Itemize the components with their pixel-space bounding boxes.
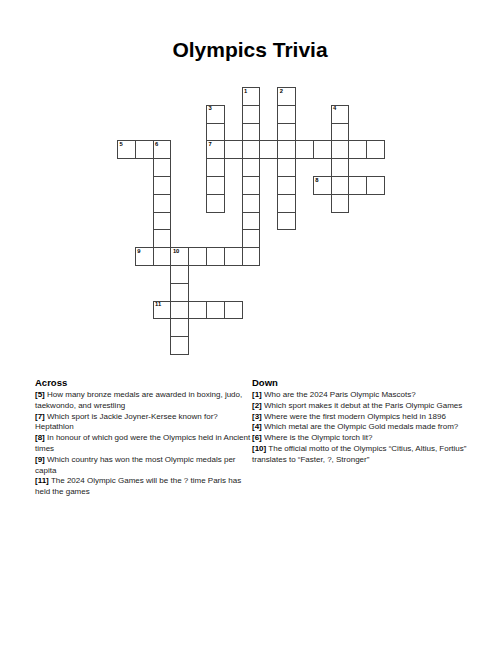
grid-cell-r5c12[interactable]	[331, 176, 350, 195]
grid-cell-r9c7[interactable]	[242, 247, 261, 266]
cell-number: 4	[333, 106, 336, 112]
clue-number-label: [7]	[35, 412, 45, 421]
grid-cell-r6c2[interactable]	[153, 194, 172, 213]
down-clue-list: [1] Who are the 2024 Paris Olympic Masco…	[252, 390, 468, 466]
grid-cell-r11c3[interactable]	[170, 283, 189, 302]
grid-cell-r6c5[interactable]	[206, 194, 225, 213]
cell-number: 10	[173, 249, 179, 255]
clue-down-6: [6] Where is the Olympic torch lit?	[252, 433, 468, 444]
grid-cell-r3c1[interactable]	[135, 140, 154, 159]
grid-cell-r5c9[interactable]	[277, 176, 296, 195]
grid-cell-r6c7[interactable]	[242, 194, 261, 213]
grid-cell-r5c11[interactable]: 8	[313, 176, 332, 195]
grid-cell-r9c6[interactable]	[224, 247, 243, 266]
grid-cell-r1c5[interactable]: 3	[206, 105, 225, 124]
clue-number-label: [2]	[252, 401, 262, 410]
grid-cell-r4c5[interactable]	[206, 158, 225, 177]
grid-cell-r2c7[interactable]	[242, 123, 261, 142]
clue-number-label: [9]	[35, 455, 45, 464]
across-clues-section: Across [5] How many bronze medals are aw…	[35, 376, 251, 498]
grid-cell-r9c3[interactable]: 10	[170, 247, 189, 266]
crossword-page: Olympics Trivia 1234567891011 Across [5]…	[0, 0, 500, 647]
grid-cell-r0c9[interactable]: 2	[277, 87, 296, 106]
clue-down-4: [4] Which metal are the Olympic Gold med…	[252, 422, 468, 433]
grid-cell-r3c13[interactable]	[348, 140, 367, 159]
grid-cell-r3c8[interactable]	[259, 140, 278, 159]
clue-down-2: [2] Which sport makes it debut at the Pa…	[252, 401, 468, 412]
grid-cell-r9c4[interactable]	[188, 247, 207, 266]
cell-number: 6	[155, 142, 158, 148]
grid-cell-r12c3[interactable]	[170, 301, 189, 320]
cell-number: 7	[209, 142, 212, 148]
grid-cell-r9c5[interactable]	[206, 247, 225, 266]
grid-cell-r4c2[interactable]	[153, 158, 172, 177]
grid-cell-r7c7[interactable]	[242, 212, 261, 231]
clue-number-label: [10]	[252, 444, 266, 453]
grid-cell-r12c2[interactable]: 11	[153, 301, 172, 320]
clue-down-10: [10] The official motto of the Olympics …	[252, 444, 468, 466]
across-header: Across	[35, 376, 251, 389]
grid-cell-r9c2[interactable]	[153, 247, 172, 266]
grid-cell-r5c7[interactable]	[242, 176, 261, 195]
grid-cell-r2c12[interactable]	[331, 123, 350, 142]
grid-cell-r2c9[interactable]	[277, 123, 296, 142]
grid-cell-r12c6[interactable]	[224, 301, 243, 320]
clue-across-8: [8] In honour of which god were the Olym…	[35, 433, 251, 455]
grid-cell-r8c2[interactable]	[153, 229, 172, 248]
grid-cell-r12c5[interactable]	[206, 301, 225, 320]
grid-cell-r3c12[interactable]	[331, 140, 350, 159]
grid-cell-r7c2[interactable]	[153, 212, 172, 231]
page-title: Olympics Trivia	[0, 38, 500, 61]
grid-cell-r0c7[interactable]: 1	[242, 87, 261, 106]
grid-cell-r5c2[interactable]	[153, 176, 172, 195]
clue-across-11: [11] The 2024 Olympic Games will be the …	[35, 476, 251, 498]
grid-cell-r3c2[interactable]: 6	[153, 140, 172, 159]
clue-number-label: [11]	[35, 476, 49, 485]
clue-number-label: [8]	[35, 433, 45, 442]
grid-cell-r13c3[interactable]	[170, 318, 189, 337]
grid-cell-r3c6[interactable]	[224, 140, 243, 159]
grid-cell-r1c9[interactable]	[277, 105, 296, 124]
clue-across-9: [9] Which country has won the most Olymp…	[35, 455, 251, 477]
grid-cell-r2c5[interactable]	[206, 123, 225, 142]
grid-cell-r3c10[interactable]	[295, 140, 314, 159]
cell-number: 2	[280, 89, 283, 95]
grid-cell-r12c4[interactable]	[188, 301, 207, 320]
clue-number-label: [3]	[252, 412, 262, 421]
grid-cell-r5c5[interactable]	[206, 176, 225, 195]
cell-number: 3	[209, 106, 212, 112]
grid-cell-r8c7[interactable]	[242, 229, 261, 248]
clue-number-label: [5]	[35, 390, 45, 399]
grid-cell-r4c7[interactable]	[242, 158, 261, 177]
grid-cell-r6c12[interactable]	[331, 194, 350, 213]
cell-number: 9	[137, 249, 140, 255]
grid-cell-r9c1[interactable]: 9	[135, 247, 154, 266]
grid-cell-r10c3[interactable]	[170, 265, 189, 284]
grid-cell-r3c9[interactable]	[277, 140, 296, 159]
across-clue-list: [5] How many bronze medals are awarded i…	[35, 390, 251, 498]
grid-cell-r14c3[interactable]	[170, 336, 189, 355]
grid-cell-r3c0[interactable]: 5	[117, 140, 136, 159]
grid-cell-r6c9[interactable]	[277, 194, 296, 213]
down-header: Down	[252, 376, 468, 389]
cell-number: 8	[315, 178, 318, 184]
clue-number-label: [6]	[252, 433, 262, 442]
cell-number: 11	[155, 302, 161, 308]
clue-across-5: [5] How many bronze medals are awarded i…	[35, 390, 251, 412]
clue-down-1: [1] Who are the 2024 Paris Olympic Masco…	[252, 390, 468, 401]
down-clues-section: Down [1] Who are the 2024 Paris Olympic …	[252, 376, 468, 466]
clue-number-label: [1]	[252, 390, 262, 399]
clue-number-label: [4]	[252, 422, 262, 431]
grid-cell-r1c12[interactable]: 4	[331, 105, 350, 124]
grid-cell-r3c14[interactable]	[366, 140, 385, 159]
clue-across-7: [7] Which sport is Jackie Joyner-Kersee …	[35, 412, 251, 434]
grid-cell-r3c11[interactable]	[313, 140, 332, 159]
grid-cell-r5c14[interactable]	[366, 176, 385, 195]
grid-cell-r3c7[interactable]	[242, 140, 261, 159]
clue-down-3: [3] Where were the first modern Olympics…	[252, 412, 468, 423]
cell-number: 5	[120, 142, 123, 148]
cell-number: 1	[244, 89, 247, 95]
grid-cell-r5c13[interactable]	[348, 176, 367, 195]
grid-cell-r3c5[interactable]: 7	[206, 140, 225, 159]
grid-cell-r1c7[interactable]	[242, 105, 261, 124]
grid-cell-r4c9[interactable]	[277, 158, 296, 177]
crossword-grid: 1234567891011	[117, 87, 386, 356]
grid-cell-r7c9[interactable]	[277, 212, 296, 231]
grid-cell-r4c12[interactable]	[331, 158, 350, 177]
